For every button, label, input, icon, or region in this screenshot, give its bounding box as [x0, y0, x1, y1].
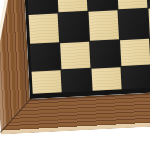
board-square [27, 0, 57, 14]
board-square [90, 40, 120, 67]
board-grid [23, 0, 150, 94]
board-square [121, 66, 150, 89]
board-square [32, 70, 62, 93]
board-square [59, 12, 89, 42]
board-square [117, 0, 147, 9]
board-square [118, 9, 148, 39]
board-square [89, 10, 119, 40]
board-square [29, 13, 59, 43]
board-square [57, 0, 87, 12]
board-square [147, 0, 150, 8]
board-square [91, 67, 121, 90]
chessboard-photo [0, 0, 150, 150]
board-square [62, 69, 92, 92]
board-border [20, 0, 150, 99]
board-square [60, 42, 90, 69]
board-square [120, 39, 150, 66]
chessboard [0, 0, 150, 135]
board-square [87, 0, 117, 11]
board-square [30, 43, 60, 70]
